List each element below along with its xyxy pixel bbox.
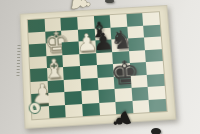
- black-piece-bottom-edge: [151, 128, 161, 134]
- square-h1: [143, 12, 160, 25]
- square-g3: [128, 37, 145, 50]
- square-h4: [145, 49, 162, 62]
- dark-piece-top-edge: [105, 0, 114, 3]
- square-c6: [64, 78, 81, 92]
- table-surface: ♝♚♟♟♞♝♚♟ ♞ ♟♟: [0, 0, 200, 134]
- square-g8: [132, 99, 150, 113]
- square-h3: [144, 36, 161, 49]
- square-d8: [82, 103, 100, 117]
- square-h7: [148, 86, 166, 100]
- square-h8: [149, 98, 167, 112]
- board-squares: ♝♚♟♟♞♝♚♟: [28, 12, 167, 119]
- square-h6: [147, 73, 165, 86]
- square-f6: ♚: [114, 75, 131, 88]
- square-h5: [146, 61, 164, 74]
- square-c8: [65, 104, 82, 118]
- square-g7: [131, 87, 149, 101]
- square-b8: [48, 105, 65, 119]
- square-c7: [65, 91, 82, 105]
- square-d7: [81, 90, 98, 104]
- square-b7: [48, 92, 65, 106]
- square-a1: [28, 19, 45, 32]
- square-d5: [80, 65, 97, 78]
- square-g6: [130, 74, 148, 87]
- square-f7: [115, 88, 133, 102]
- square-h2: [143, 24, 160, 37]
- square-e7: [98, 89, 116, 103]
- chess-board: ♝♚♟♟♞♝♚♟ ♞: [20, 5, 177, 129]
- square-d6: [81, 77, 98, 91]
- board-brand-text: [16, 45, 20, 77]
- square-f3: ♞: [111, 38, 128, 51]
- square-c5: [63, 66, 80, 79]
- square-d4: [79, 53, 96, 66]
